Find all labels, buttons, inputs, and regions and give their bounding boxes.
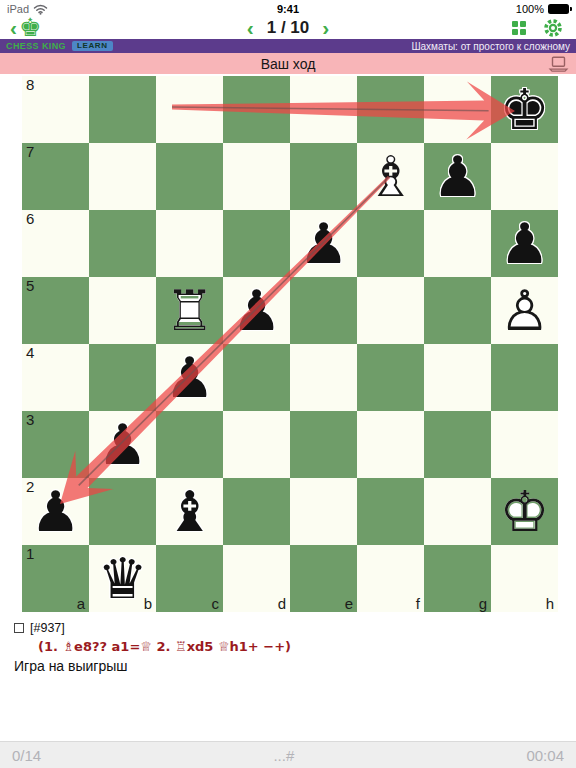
square-a8[interactable]: 8	[22, 76, 89, 143]
square-c6[interactable]	[156, 210, 223, 277]
task-caption: Игра на выигрыш	[14, 658, 562, 674]
square-h1[interactable]: h	[491, 545, 558, 612]
learn-badge: LEARN	[72, 41, 113, 51]
file-label-c: c	[212, 595, 220, 612]
square-d1[interactable]: d	[223, 545, 290, 612]
black-bishop[interactable]: ♝	[156, 478, 223, 545]
analysis-panel: [#937] (1. ♗e8?? a1=♕ 2. ♖xd5 ♕h1+ −+) И…	[0, 612, 576, 674]
square-c3[interactable]	[156, 411, 223, 478]
status-bar: iPad 9:41 100%	[0, 0, 576, 17]
square-d5[interactable]: ♟	[223, 277, 290, 344]
square-b4[interactable]	[89, 344, 156, 411]
clock-time: 9:41	[0, 3, 576, 15]
square-c1[interactable]: c	[156, 545, 223, 612]
square-c5[interactable]: ♜♖	[156, 277, 223, 344]
puzzle-id: [#937]	[30, 621, 65, 635]
square-g6[interactable]	[424, 210, 491, 277]
square-c7[interactable]	[156, 143, 223, 210]
square-d2[interactable]	[223, 478, 290, 545]
square-b7[interactable]	[89, 143, 156, 210]
black-pawn[interactable]: ♟	[424, 143, 491, 210]
square-d8[interactable]	[223, 76, 290, 143]
square-f3[interactable]	[357, 411, 424, 478]
white-bishop[interactable]: ♝♗	[357, 143, 424, 210]
rank-label-7: 7	[26, 143, 34, 160]
square-a2[interactable]: 2♟	[22, 478, 89, 545]
square-c4[interactable]: ♟	[156, 344, 223, 411]
square-e7[interactable]	[290, 143, 357, 210]
square-f4[interactable]	[357, 344, 424, 411]
square-h4[interactable]	[491, 344, 558, 411]
square-g4[interactable]	[424, 344, 491, 411]
square-b3[interactable]: ♟	[89, 411, 156, 478]
square-f5[interactable]	[357, 277, 424, 344]
square-d4[interactable]	[223, 344, 290, 411]
square-b8[interactable]	[89, 76, 156, 143]
square-f7[interactable]: ♝♗	[357, 143, 424, 210]
square-g7[interactable]: ♟	[424, 143, 491, 210]
square-g2[interactable]	[424, 478, 491, 545]
square-c2[interactable]: ♝	[156, 478, 223, 545]
square-a4[interactable]: 4	[22, 344, 89, 411]
square-h3[interactable]	[491, 411, 558, 478]
rank-label-8: 8	[26, 76, 34, 93]
rank-label-1: 1	[26, 545, 34, 562]
square-e5[interactable]	[290, 277, 357, 344]
brand-name: CHESS KING	[6, 41, 66, 51]
square-e4[interactable]	[290, 344, 357, 411]
square-b2[interactable]	[89, 478, 156, 545]
bottom-bar: 0/14 ...# 00:04	[0, 741, 576, 768]
black-pawn[interactable]: ♟	[156, 344, 223, 411]
file-label-g: g	[479, 595, 487, 612]
square-g5[interactable]	[424, 277, 491, 344]
square-a6[interactable]: 6	[22, 210, 89, 277]
square-h8[interactable]: ♚	[491, 76, 558, 143]
white-king[interactable]: ♚♔	[491, 478, 558, 545]
square-h5[interactable]: ♟♙	[491, 277, 558, 344]
black-king[interactable]: ♚	[491, 76, 558, 143]
square-g3[interactable]	[424, 411, 491, 478]
rank-label-4: 4	[26, 344, 34, 361]
square-e2[interactable]	[290, 478, 357, 545]
move-prompt: Ваш ход	[261, 56, 316, 72]
white-to-move-icon	[14, 623, 24, 633]
rank-label-6: 6	[26, 210, 34, 227]
settings-gear-icon[interactable]	[543, 18, 563, 38]
file-label-e: e	[345, 595, 353, 612]
black-pawn[interactable]: ♟	[290, 210, 357, 277]
puzzle-counter: 1 / 10	[267, 18, 310, 38]
course-title: Шахматы: от простого к сложному	[411, 41, 570, 52]
square-h7[interactable]	[491, 143, 558, 210]
square-f6[interactable]	[357, 210, 424, 277]
next-puzzle-button[interactable]: ›	[322, 18, 329, 38]
elapsed-timer: 00:04	[526, 747, 564, 764]
square-h6[interactable]: ♟	[491, 210, 558, 277]
square-b5[interactable]	[89, 277, 156, 344]
white-rook[interactable]: ♜♖	[156, 277, 223, 344]
file-label-h: h	[546, 595, 554, 612]
goal-indicator: ...#	[273, 747, 294, 764]
nav-bar: ‹ ♚ ‹ 1 / 10 ›	[0, 17, 576, 39]
black-pawn[interactable]: ♟	[491, 210, 558, 277]
square-h2[interactable]: ♚♔	[491, 478, 558, 545]
square-e8[interactable]	[290, 76, 357, 143]
square-e6[interactable]: ♟	[290, 210, 357, 277]
chess-king-logo-icon[interactable]: ♚	[19, 17, 41, 39]
square-d6[interactable]	[223, 210, 290, 277]
rank-label-2: 2	[26, 478, 34, 495]
black-pawn[interactable]: ♟	[223, 277, 290, 344]
square-a5[interactable]: 5	[22, 277, 89, 344]
square-g8[interactable]	[424, 76, 491, 143]
engine-laptop-icon[interactable]	[547, 56, 570, 76]
rank-label-3: 3	[26, 411, 34, 428]
square-a1[interactable]: 1a	[22, 545, 89, 612]
black-pawn[interactable]: ♟	[89, 411, 156, 478]
white-pawn[interactable]: ♟♙	[491, 277, 558, 344]
prompt-bar: Ваш ход	[0, 53, 576, 74]
battery-percent: 100%	[516, 3, 544, 15]
square-b1[interactable]: b♛	[89, 545, 156, 612]
chess-board: 8♚7♝♗♟6♟♟5♜♖♟♟♙4♟3♟2♟♝♚♔1ab♛cdefgh	[22, 76, 558, 612]
square-a3[interactable]: 3	[22, 411, 89, 478]
square-d3[interactable]	[223, 411, 290, 478]
square-b6[interactable]	[89, 210, 156, 277]
score-counter: 0/14	[12, 747, 41, 764]
rank-label-5: 5	[26, 277, 34, 294]
square-g1[interactable]: g	[424, 545, 491, 612]
square-a7[interactable]: 7	[22, 143, 89, 210]
square-c8[interactable]	[156, 76, 223, 143]
square-f1[interactable]: f	[357, 545, 424, 612]
square-f2[interactable]	[357, 478, 424, 545]
file-label-b: b	[144, 595, 152, 612]
battery-icon	[548, 4, 569, 14]
puzzle-grid-button[interactable]	[512, 21, 526, 35]
file-label-f: f	[416, 595, 420, 612]
file-label-a: a	[77, 595, 85, 612]
square-d7[interactable]	[223, 143, 290, 210]
square-e1[interactable]: e	[290, 545, 357, 612]
board-grid: 8♚7♝♗♟6♟♟5♜♖♟♟♙4♟3♟2♟♝♚♔1ab♛cdefgh	[22, 76, 558, 612]
prev-puzzle-button[interactable]: ‹	[247, 18, 254, 38]
file-label-d: d	[278, 595, 286, 612]
brand-bar: CHESS KING LEARN Шахматы: от простого к …	[0, 39, 576, 53]
square-e3[interactable]	[290, 411, 357, 478]
back-button[interactable]: ‹	[10, 18, 17, 38]
variation-line: (1. ♗e8?? a1=♕ 2. ♖xd5 ♕h1+ −+)	[38, 639, 562, 654]
square-f8[interactable]	[357, 76, 424, 143]
